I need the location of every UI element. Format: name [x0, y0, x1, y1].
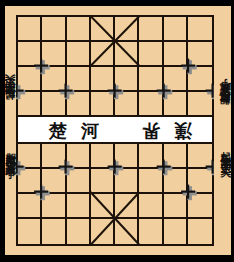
board-cell[interactable] [91, 42, 115, 67]
board-cell[interactable] [188, 144, 212, 169]
board-cell[interactable] [115, 219, 139, 244]
board-cell[interactable] [18, 219, 42, 244]
board-cell[interactable] [67, 17, 91, 42]
board-cell[interactable] [67, 194, 91, 219]
board-cell[interactable] [188, 219, 212, 244]
board-cell[interactable] [42, 17, 66, 42]
board-cell[interactable] [18, 67, 42, 92]
board-cell[interactable] [188, 42, 212, 67]
board-cell[interactable] [91, 17, 115, 42]
board-cell[interactable] [67, 169, 91, 194]
board-cell[interactable] [139, 219, 163, 244]
board-cell[interactable] [42, 194, 66, 219]
river-label-chu-he: 楚河 [49, 119, 105, 143]
board-cell[interactable] [42, 67, 66, 92]
board-cell[interactable] [139, 67, 163, 92]
board-cell[interactable] [18, 17, 42, 42]
board-cell[interactable] [164, 169, 188, 194]
board-cell[interactable] [164, 144, 188, 169]
board-cell[interactable] [18, 42, 42, 67]
board-cell[interactable] [164, 194, 188, 219]
board-cell[interactable] [164, 219, 188, 244]
board-cell[interactable] [67, 92, 91, 117]
board-cell[interactable] [188, 67, 212, 92]
motto-top-right: 觀棋不語真君子 [219, 8, 232, 114]
board-cell[interactable] [18, 144, 42, 169]
board-cell[interactable] [67, 144, 91, 169]
board-cell[interactable] [115, 194, 139, 219]
board-cell[interactable] [188, 92, 212, 117]
board-cell[interactable] [164, 17, 188, 42]
motto-bottom-left: 觀棋不語真君子 [4, 144, 17, 254]
board-cell[interactable] [67, 42, 91, 67]
board-cell[interactable] [188, 194, 212, 219]
board-cell[interactable] [91, 92, 115, 117]
board-cell[interactable] [91, 144, 115, 169]
board-cell[interactable] [42, 144, 66, 169]
board-cell[interactable] [42, 92, 66, 117]
river-label-han-jie: 漢界 [136, 119, 192, 143]
board-cell[interactable] [42, 169, 66, 194]
motto-top-left: 起手無回大丈夫 [4, 8, 17, 110]
motto-bottom-right: 起手無回大丈夫 [219, 142, 232, 254]
board-cell[interactable] [115, 42, 139, 67]
board-cell[interactable] [139, 92, 163, 117]
board-cell[interactable] [91, 194, 115, 219]
board-cell[interactable] [188, 17, 212, 42]
board-cell[interactable] [139, 42, 163, 67]
board-cell[interactable] [188, 169, 212, 194]
board-cell[interactable] [91, 169, 115, 194]
board-cell[interactable] [18, 169, 42, 194]
board-cell[interactable] [164, 92, 188, 117]
board-cell[interactable] [42, 219, 66, 244]
board-cell[interactable] [18, 194, 42, 219]
board-cell[interactable] [139, 144, 163, 169]
board-cell[interactable] [18, 92, 42, 117]
board-cell[interactable] [67, 219, 91, 244]
board-cell[interactable] [115, 92, 139, 117]
board-cell[interactable] [67, 67, 91, 92]
board-cell[interactable] [115, 144, 139, 169]
board-cell[interactable] [164, 42, 188, 67]
board-cell[interactable] [42, 42, 66, 67]
board-cell[interactable] [115, 67, 139, 92]
board-cell[interactable] [139, 169, 163, 194]
board-cell[interactable] [115, 17, 139, 42]
board-cell[interactable] [139, 17, 163, 42]
board-cell[interactable] [115, 169, 139, 194]
xiangqi-board: 楚河 漢界 起手無回大丈夫 觀棋不語真君子 觀棋不語真君子 起手無回大丈夫 [5, 6, 231, 255]
xiangqi-screenshot: 楚河 漢界 起手無回大丈夫 觀棋不語真君子 觀棋不語真君子 起手無回大丈夫 [0, 0, 234, 262]
board-cell[interactable] [164, 67, 188, 92]
board-cell[interactable] [91, 67, 115, 92]
board-cell[interactable] [91, 219, 115, 244]
board-cell[interactable] [139, 194, 163, 219]
